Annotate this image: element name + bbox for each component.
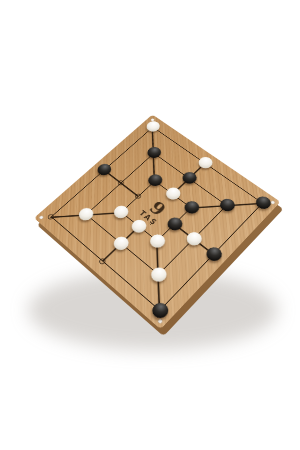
corner-hole-3 (157, 318, 163, 324)
scene: 9 TAŞ (0, 0, 300, 450)
corner-hole-4 (39, 215, 44, 220)
